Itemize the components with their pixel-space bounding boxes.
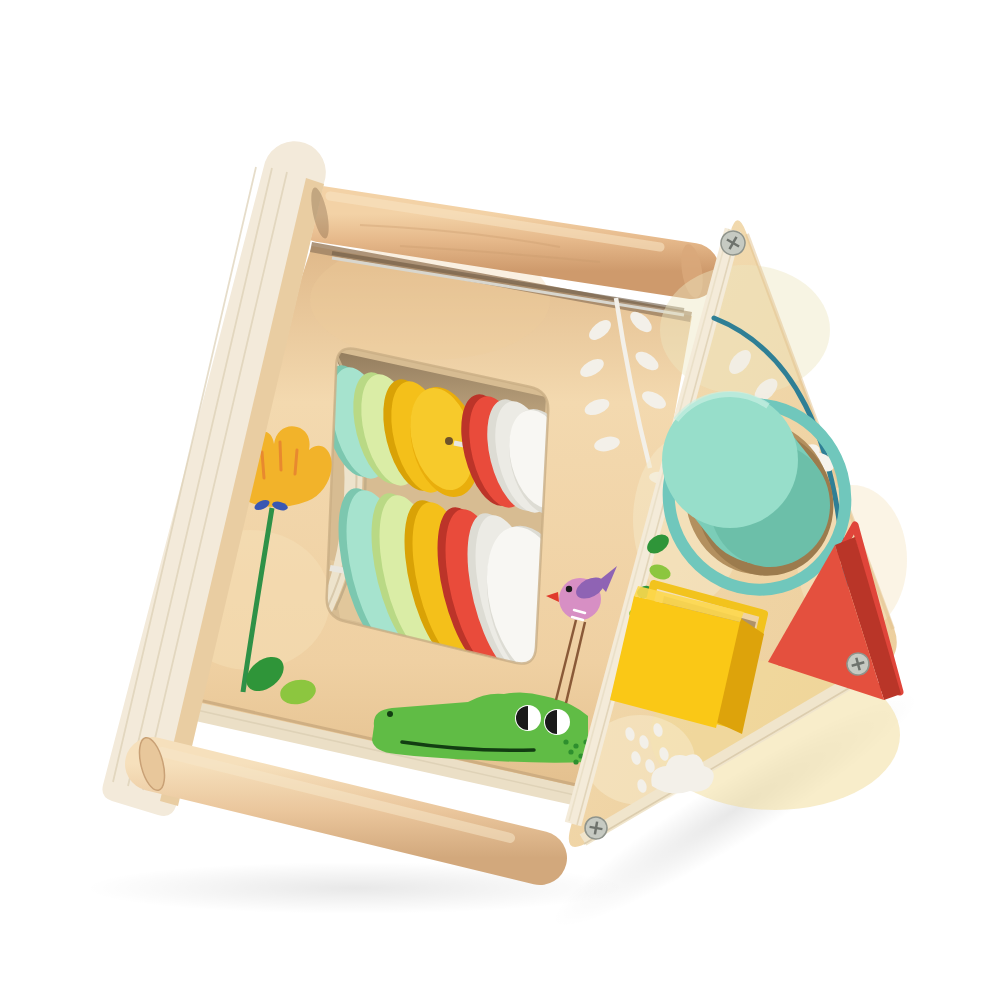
product-photo-stage — [0, 0, 1000, 1000]
wooden-activity-triangle-toy — [0, 0, 1000, 1000]
axle-hole — [445, 437, 453, 445]
crocodile-nostril — [387, 711, 393, 717]
bird-eye — [566, 586, 572, 592]
